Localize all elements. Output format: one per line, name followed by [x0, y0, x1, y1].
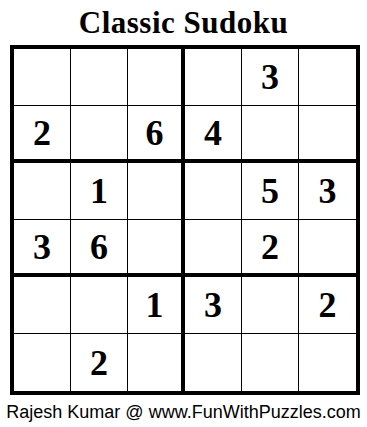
sudoku-board: 32641533621322 [10, 45, 360, 395]
cell-r4c2[interactable]: 6 [71, 220, 128, 277]
cell-r6c3[interactable] [128, 334, 185, 391]
cell-r2c6[interactable] [299, 106, 356, 163]
cell-r2c4[interactable]: 4 [185, 106, 242, 163]
cell-r6c2[interactable]: 2 [71, 334, 128, 391]
cell-r5c1[interactable] [14, 277, 71, 334]
cell-r1c1[interactable] [14, 49, 71, 106]
cell-r1c6[interactable] [299, 49, 356, 106]
cell-r1c3[interactable] [128, 49, 185, 106]
cell-r2c2[interactable] [71, 106, 128, 163]
cell-r3c1[interactable] [14, 163, 71, 220]
cell-r4c1[interactable]: 3 [14, 220, 71, 277]
cell-r2c1[interactable]: 2 [14, 106, 71, 163]
cell-r3c6[interactable]: 3 [299, 163, 356, 220]
cell-r4c5[interactable]: 2 [242, 220, 299, 277]
cell-r5c3[interactable]: 1 [128, 277, 185, 334]
cell-r6c5[interactable] [242, 334, 299, 391]
attribution-footer: Rajesh Kumar @ www.FunWithPuzzles.com [0, 395, 367, 423]
cell-r6c4[interactable] [185, 334, 242, 391]
cell-r5c6[interactable]: 2 [299, 277, 356, 334]
cell-r4c3[interactable] [128, 220, 185, 277]
cell-r6c1[interactable] [14, 334, 71, 391]
cell-r4c4[interactable] [185, 220, 242, 277]
cell-r2c5[interactable] [242, 106, 299, 163]
page-title: Classic Sudoku [0, 0, 367, 45]
cell-r6c6[interactable] [299, 334, 356, 391]
cell-r3c2[interactable]: 1 [71, 163, 128, 220]
cell-r2c3[interactable]: 6 [128, 106, 185, 163]
cell-r3c3[interactable] [128, 163, 185, 220]
cell-r4c6[interactable] [299, 220, 356, 277]
cell-r1c4[interactable] [185, 49, 242, 106]
cell-r5c5[interactable] [242, 277, 299, 334]
cell-r5c2[interactable] [71, 277, 128, 334]
cell-r1c5[interactable]: 3 [242, 49, 299, 106]
cell-r1c2[interactable] [71, 49, 128, 106]
cell-r3c5[interactable]: 5 [242, 163, 299, 220]
cell-r3c4[interactable] [185, 163, 242, 220]
cell-r5c4[interactable]: 3 [185, 277, 242, 334]
